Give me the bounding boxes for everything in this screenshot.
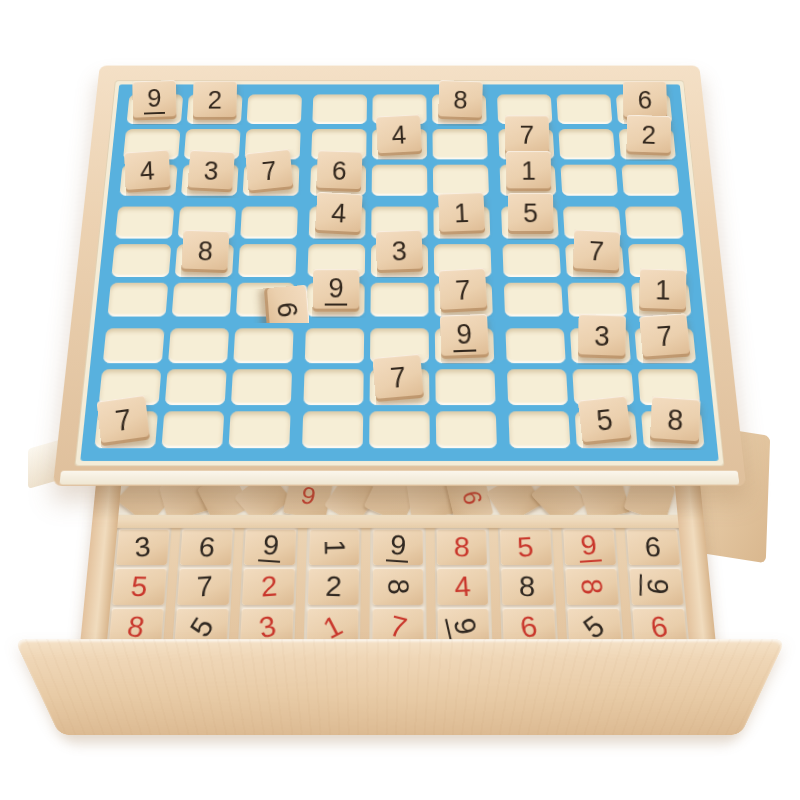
board-tile-r7c6-9[interactable]: 9 [439,313,488,358]
digit-9: 9 [452,320,475,352]
digit-7: 7 [113,405,132,436]
drawer-tile-slot1-2-5-red[interactable]: 5 [113,568,167,605]
cell-r2c8[interactable] [558,129,615,159]
board-tile-r5c8-7[interactable]: 7 [572,229,619,273]
digit-7: 7 [389,362,407,392]
digit-6: 6 [518,611,540,642]
cell-r2c4[interactable] [311,129,366,159]
digit-8: 8 [576,577,607,595]
board-tile-r6c3-6[interactable]: 6 [263,284,309,334]
cell-r3c7[interactable] [500,165,557,196]
drawer-tile-slot6-1-8-red[interactable]: 8 [436,529,487,565]
drawer-tile-slot2-2-7-black[interactable]: 7 [177,568,230,605]
cell-r2c3[interactable] [245,129,301,159]
cell-r1c2[interactable] [187,94,243,124]
cell-r2c5[interactable] [372,129,427,159]
cell-r3c6[interactable] [433,165,489,196]
board-tile-r9c8-5[interactable]: 5 [577,395,631,445]
drawer-tile-slot7-2-8-black[interactable]: 8 [501,568,554,605]
digit-5: 5 [185,613,219,641]
cell-r2c1[interactable] [123,129,180,159]
digit-7: 7 [386,611,409,643]
cell-r3c1[interactable] [119,165,177,196]
cell-r4c9[interactable] [625,207,684,239]
digit-1: 1 [654,276,670,304]
cell-r2c6[interactable] [432,129,487,159]
drawer-tile-slot3-1-9-black[interactable]: 9 [244,529,296,565]
digit-8: 8 [666,405,683,435]
digit-9: 9 [640,574,673,598]
digit-7: 7 [655,321,673,350]
drawer-tile-slot1-1-3-black[interactable]: 3 [116,529,169,565]
board-tile-r9c9-8[interactable]: 8 [649,396,700,444]
digit-7: 7 [588,237,604,265]
digit-7: 7 [196,572,213,601]
digit-6: 6 [197,533,217,562]
digit-9: 9 [325,275,347,305]
digit-5: 5 [130,572,150,601]
cell-r4c7[interactable] [501,207,559,239]
digit-9: 9 [386,531,410,563]
box-1-1 [119,94,302,195]
digit-9: 9 [576,531,602,563]
product-photo-stage: 92864724376141583769719377758 96 3586759… [0,0,800,800]
box-1-2 [310,94,489,195]
cell-r2c7[interactable] [498,129,554,159]
box-1-3 [497,94,680,195]
drawer-tile-slot9-1-6-black[interactable]: 6 [626,529,679,565]
sudoku-board-wrap: 92864724376141583769719377758 [78,38,721,483]
cell-r2c9[interactable] [619,129,676,159]
cell-r3c5[interactable] [372,165,428,196]
digit-3: 3 [593,322,609,350]
drawer-tile-slot7-1-5-red[interactable]: 5 [500,529,552,565]
cell-r2c2[interactable] [184,129,241,159]
cell-r4c6[interactable] [433,207,490,239]
digit-9: 9 [299,483,318,509]
digit-7: 7 [454,276,471,304]
digit-6: 6 [272,301,301,319]
sudoku-board: 92864724376141583769719377758 [53,66,746,486]
digit-3: 3 [134,532,152,561]
drawer-tile-slot5-2-8-black[interactable]: 8 [372,568,423,605]
drawer-tile-slot8-2-8-red[interactable]: 8 [565,568,618,605]
board-tile-r5c2-8[interactable]: 8 [181,229,229,272]
drawer-tile-slot2-1-6-black[interactable]: 6 [180,529,233,565]
cell-r4c4[interactable] [309,207,366,239]
board-tile-r7c9-7[interactable]: 7 [638,313,689,360]
drawer-tile-slot9-2-9-black[interactable]: 9 [629,568,683,605]
cell-r4c1[interactable] [115,207,174,239]
digit-1: 1 [320,539,349,555]
digit-2: 2 [324,572,342,601]
digit-9: 9 [258,531,283,563]
cell-r1c6[interactable] [432,94,487,124]
drawer-tray-wrap: 96 358675923121987849586985696 [88,468,708,660]
cell-r3c4[interactable] [310,165,366,196]
compartment-back-rail [111,515,684,528]
drawer-tile-slot6-2-4-red[interactable]: 4 [437,568,489,605]
digit-8: 8 [519,572,535,601]
board-tile-r8c5-7[interactable]: 7 [372,353,424,401]
digit-2: 2 [260,572,277,601]
cell-r1c7[interactable] [497,94,552,124]
digit-6: 6 [459,489,487,507]
digit-3: 3 [391,237,407,264]
drawer-tile-slot3-2-2-red[interactable]: 2 [242,568,295,605]
board-tile-r6c9-1[interactable]: 1 [639,268,686,312]
cell-r1c4[interactable] [312,94,367,124]
digit-8: 8 [383,578,413,595]
digit-6: 6 [649,612,671,643]
digit-8: 8 [126,612,148,643]
digit-3: 3 [257,611,278,643]
digit-5: 5 [516,533,535,561]
digit-4: 4 [453,572,471,601]
board-tile-r9c1-7[interactable]: 7 [96,394,149,445]
board-tile-r6c6-7[interactable]: 7 [438,267,487,312]
digit-5: 5 [594,405,613,435]
drawer-tile-slot4-2-2-black[interactable]: 2 [307,568,359,605]
board-tile-r5c5-3[interactable]: 3 [375,229,423,272]
cell-r3c8[interactable] [560,165,618,196]
cell-r1c3[interactable] [247,94,302,124]
digit-9: 9 [445,613,482,641]
drawer-front-wrap [38,640,762,740]
drawer-front[interactable] [14,639,786,734]
cell-r1c9[interactable] [616,94,673,124]
cell-r3c2[interactable] [181,165,239,196]
cell-r3c3[interactable] [243,165,300,196]
drawer-tray[interactable]: 96 358675923121987849586985696 [79,474,718,659]
digit-6: 6 [644,533,661,561]
cell-r1c5[interactable] [372,94,426,124]
board-tile-r6c4-9[interactable]: 9 [312,269,359,312]
digit-8: 8 [453,533,469,561]
cell-r1c1[interactable] [127,94,184,124]
cell-r3c9[interactable] [621,165,679,196]
digit-8: 8 [197,237,214,264]
board-tile-r7c8-3[interactable]: 3 [577,313,625,358]
drawer-tile-slot8-1-9-red[interactable]: 9 [563,529,616,565]
cell-r4c3[interactable] [240,207,298,239]
drawer-tile-slot4-1-1-black[interactable]: 1 [309,529,360,565]
drawer-tile-slot5-1-9-black[interactable]: 9 [373,529,424,565]
cell-r1c8[interactable] [556,94,612,124]
